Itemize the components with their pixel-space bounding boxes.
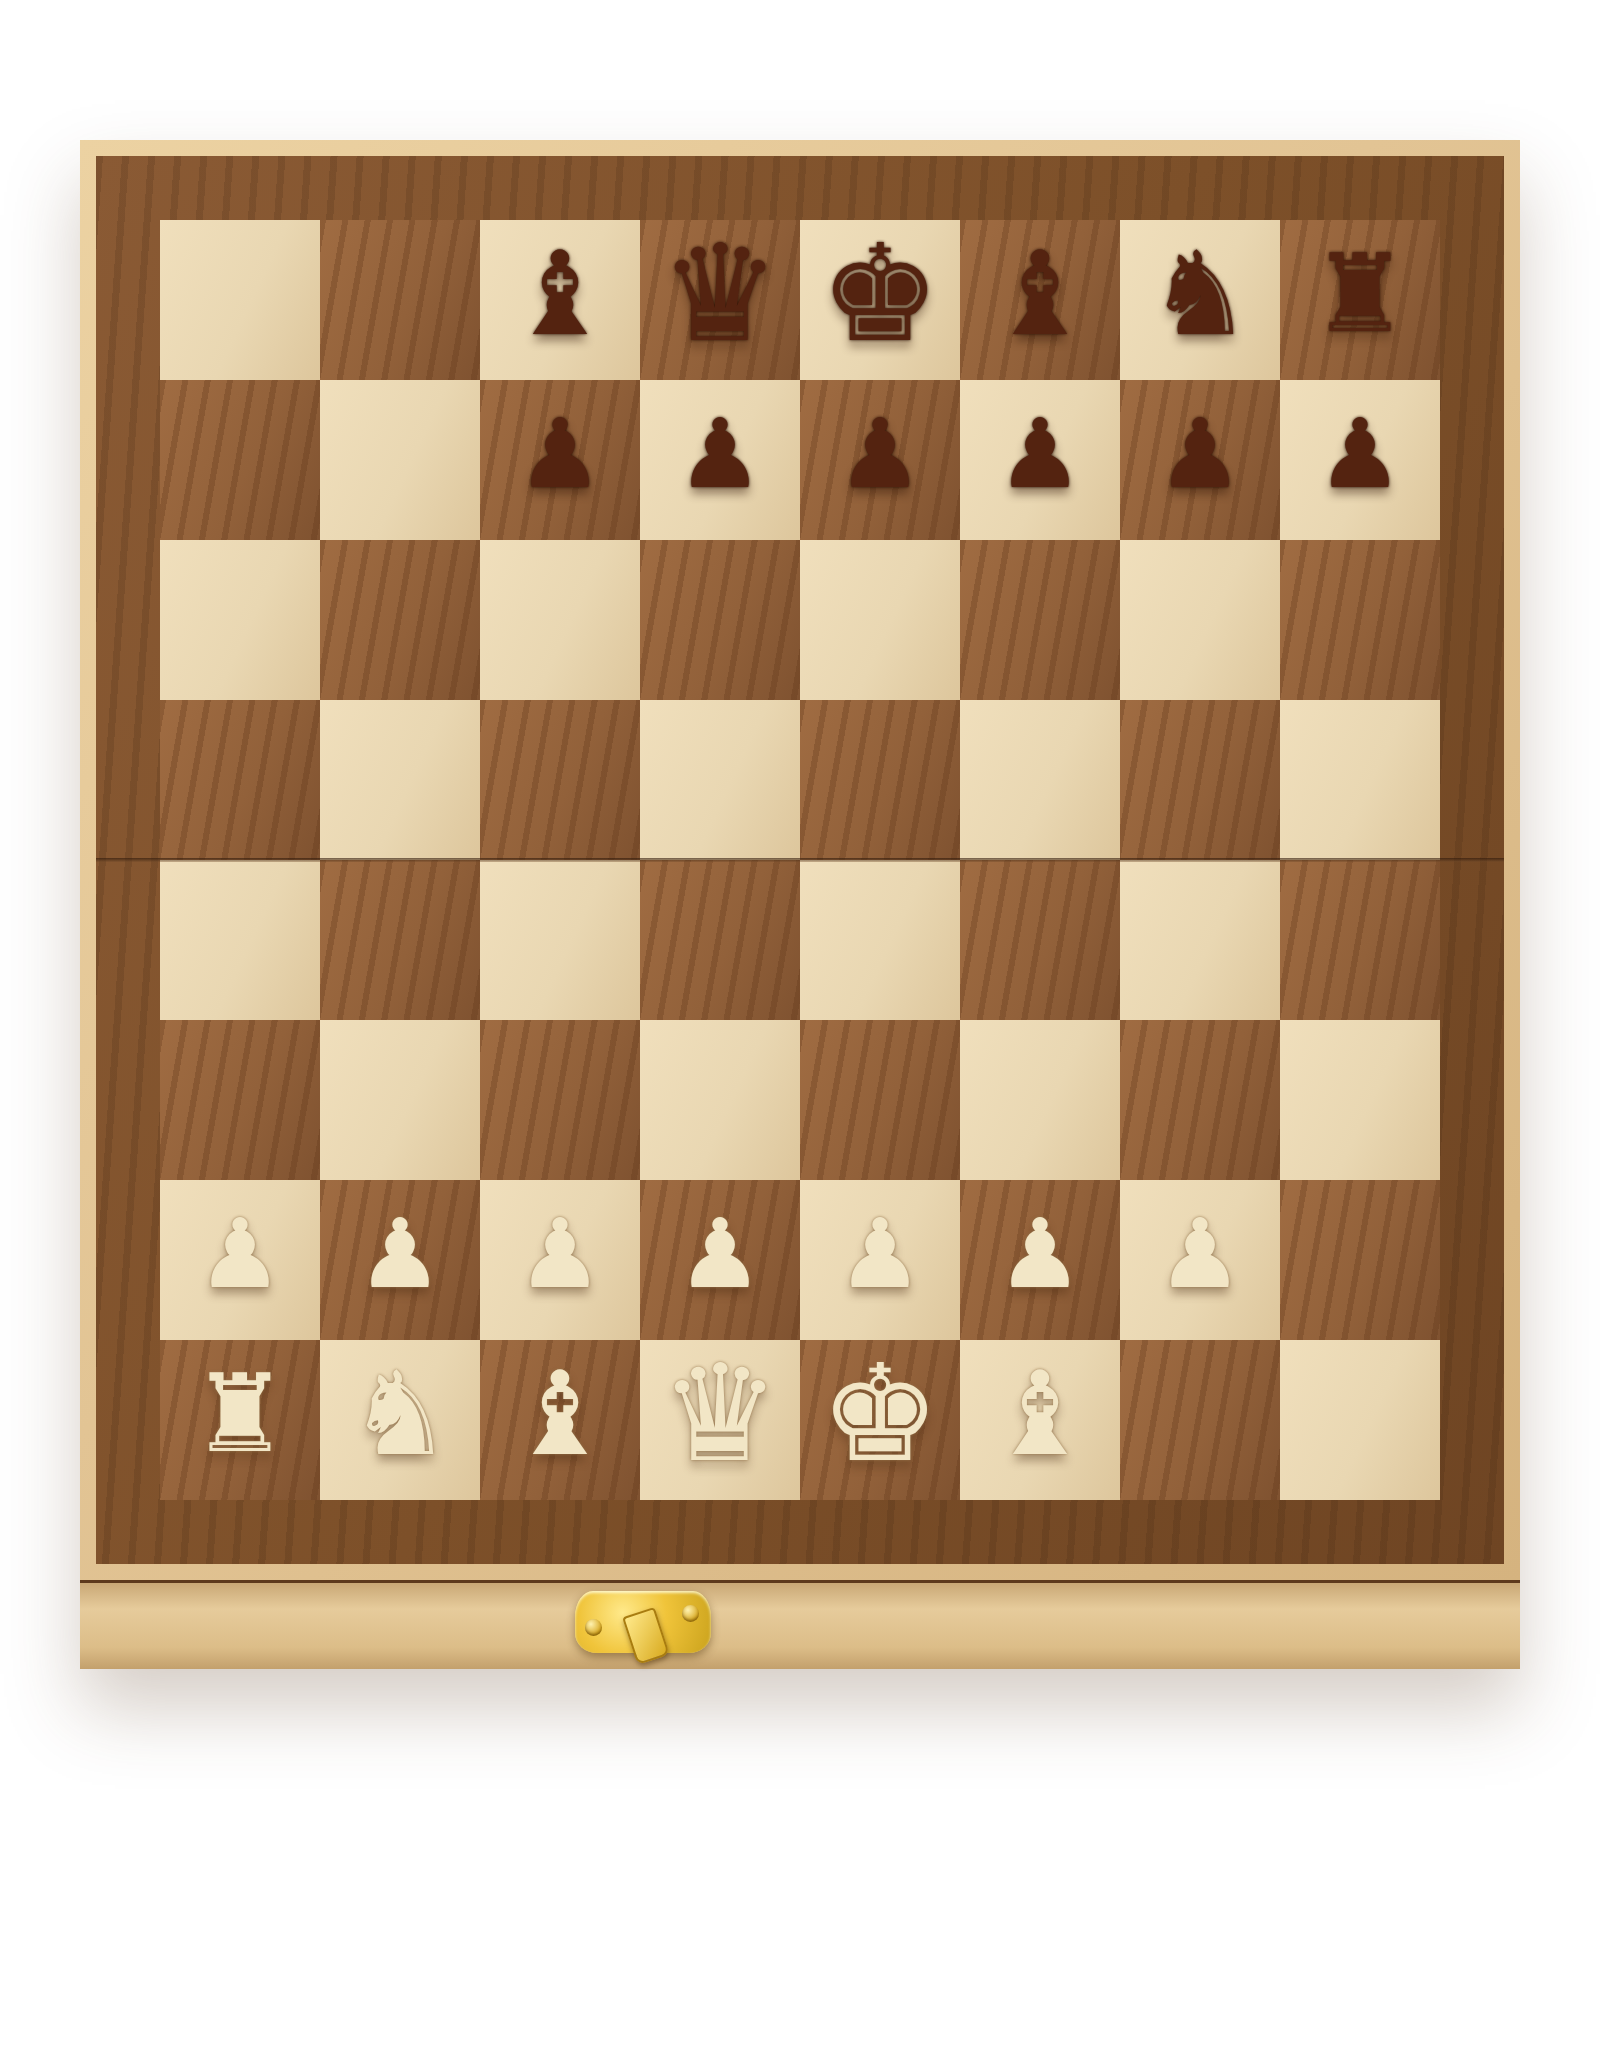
square-a1: ♜ (160, 1340, 320, 1500)
square-a3 (160, 1020, 320, 1180)
black-pawn-g7: ♟ (1157, 406, 1243, 502)
folding-chess-set: ♝♛♚♝♞♜♟♟♟♟♟♟♟♟♟♟♟♟♟♜♞♝♛♚♝ (80, 140, 1520, 1669)
square-e8: ♚ (800, 220, 960, 380)
square-h3 (1280, 1020, 1440, 1180)
square-d7: ♟ (640, 380, 800, 540)
black-pawn-d7: ♟ (677, 406, 763, 502)
square-b2: ♟ (320, 1180, 480, 1340)
square-a2: ♟ (160, 1180, 320, 1340)
square-f1: ♝ (960, 1340, 1120, 1500)
square-g6 (1120, 540, 1280, 700)
square-d3 (640, 1020, 800, 1180)
square-g7: ♟ (1120, 380, 1280, 540)
square-c1: ♝ (480, 1340, 640, 1500)
square-c3 (480, 1020, 640, 1180)
square-b1: ♞ (320, 1340, 480, 1500)
square-c8: ♝ (480, 220, 640, 380)
board-grid: ♝♛♚♝♞♜♟♟♟♟♟♟♟♟♟♟♟♟♟♜♞♝♛♚♝ (160, 220, 1440, 1500)
square-g5 (1120, 700, 1280, 860)
square-g2: ♟ (1120, 1180, 1280, 1340)
square-b4 (320, 860, 480, 1020)
square-d8: ♛ (640, 220, 800, 380)
square-b6 (320, 540, 480, 700)
square-a5 (160, 700, 320, 860)
white-queen-d1: ♛ (660, 1347, 780, 1481)
square-c6 (480, 540, 640, 700)
product-photo: ♝♛♚♝♞♜♟♟♟♟♟♟♟♟♟♟♟♟♟♜♞♝♛♚♝ (0, 0, 1600, 2048)
square-e7: ♟ (800, 380, 960, 540)
white-pawn-e2: ♟ (837, 1206, 923, 1302)
square-g4 (1120, 860, 1280, 1020)
white-king-e1: ♚ (820, 1347, 940, 1481)
square-h6 (1280, 540, 1440, 700)
square-a8 (160, 220, 320, 380)
square-c2: ♟ (480, 1180, 640, 1340)
square-d5 (640, 700, 800, 860)
pine-outer-edge: ♝♛♚♝♞♜♟♟♟♟♟♟♟♟♟♟♟♟♟♜♞♝♛♚♝ (80, 140, 1520, 1580)
square-b3 (320, 1020, 480, 1180)
square-f8: ♝ (960, 220, 1120, 380)
square-e6 (800, 540, 960, 700)
white-rook-a1: ♜ (192, 1360, 289, 1468)
square-e3 (800, 1020, 960, 1180)
square-f2: ♟ (960, 1180, 1120, 1340)
square-a4 (160, 860, 320, 1020)
square-e2: ♟ (800, 1180, 960, 1340)
square-h1 (1280, 1340, 1440, 1500)
square-e1: ♚ (800, 1340, 960, 1500)
white-pawn-f2: ♟ (997, 1206, 1083, 1302)
white-pawn-d2: ♟ (677, 1206, 763, 1302)
square-h4 (1280, 860, 1440, 1020)
black-knight-g8: ♞ (1148, 236, 1252, 352)
box-front-edge (80, 1580, 1520, 1669)
clasp-hook (622, 1607, 670, 1665)
square-f6 (960, 540, 1120, 700)
square-c5 (480, 700, 640, 860)
black-pawn-f7: ♟ (997, 406, 1083, 502)
white-pawn-a2: ♟ (197, 1206, 283, 1302)
black-bishop-f8: ♝ (988, 236, 1092, 352)
square-d2: ♟ (640, 1180, 800, 1340)
black-pawn-c7: ♟ (517, 406, 603, 502)
square-a6 (160, 540, 320, 700)
square-f3 (960, 1020, 1120, 1180)
square-f7: ♟ (960, 380, 1120, 540)
square-b7 (320, 380, 480, 540)
square-h5 (1280, 700, 1440, 860)
square-e4 (800, 860, 960, 1020)
white-knight-b1: ♞ (348, 1356, 452, 1472)
white-bishop-f1: ♝ (988, 1356, 1092, 1472)
black-pawn-h7: ♟ (1317, 406, 1403, 502)
walnut-board-frame: ♝♛♚♝♞♜♟♟♟♟♟♟♟♟♟♟♟♟♟♜♞♝♛♚♝ (96, 156, 1504, 1564)
square-h7: ♟ (1280, 380, 1440, 540)
square-b5 (320, 700, 480, 860)
square-a7 (160, 380, 320, 540)
white-pawn-c2: ♟ (517, 1206, 603, 1302)
square-f5 (960, 700, 1120, 860)
square-g1 (1120, 1340, 1280, 1500)
black-king-e8: ♚ (820, 227, 940, 361)
square-h8: ♜ (1280, 220, 1440, 380)
playing-area: ♝♛♚♝♞♜♟♟♟♟♟♟♟♟♟♟♟♟♟♜♞♝♛♚♝ (160, 220, 1440, 1500)
square-b8 (320, 220, 480, 380)
square-e5 (800, 700, 960, 860)
square-d6 (640, 540, 800, 700)
square-h2 (1280, 1180, 1440, 1340)
square-c4 (480, 860, 640, 1020)
brass-clasp (575, 1591, 711, 1653)
black-rook-h8: ♜ (1312, 240, 1409, 348)
white-pawn-b2: ♟ (357, 1206, 443, 1302)
square-f4 (960, 860, 1120, 1020)
square-d1: ♛ (640, 1340, 800, 1500)
square-g3 (1120, 1020, 1280, 1180)
clasp-screw-right (682, 1605, 699, 1622)
square-d4 (640, 860, 800, 1020)
white-bishop-c1: ♝ (508, 1356, 612, 1472)
black-bishop-c8: ♝ (508, 236, 612, 352)
black-pawn-e7: ♟ (837, 406, 923, 502)
white-pawn-g2: ♟ (1157, 1206, 1243, 1302)
square-g8: ♞ (1120, 220, 1280, 380)
clasp-screw-left (585, 1619, 602, 1636)
black-queen-d8: ♛ (660, 227, 780, 361)
square-c7: ♟ (480, 380, 640, 540)
